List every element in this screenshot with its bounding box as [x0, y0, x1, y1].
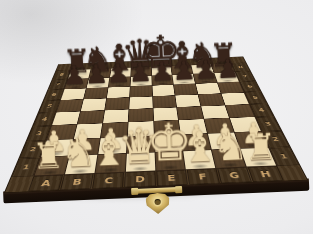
brass-clasp-latch[interactable] [145, 192, 170, 214]
square-d6[interactable] [130, 86, 152, 97]
square-f7[interactable]: ♟ [173, 74, 196, 84]
rank-label-right-8: 8 [231, 63, 250, 72]
file-label-a: A [28, 175, 63, 191]
square-e7[interactable]: ♟ [152, 75, 174, 85]
square-b5[interactable] [81, 98, 106, 111]
square-g6[interactable] [196, 83, 221, 94]
file-label-c: C [92, 172, 124, 188]
file-label-h: H [248, 166, 284, 182]
square-e6[interactable] [152, 85, 175, 96]
piece-black-pawn[interactable]: ♟ [194, 56, 218, 83]
rank-label-right-6: 6 [240, 81, 261, 92]
piece-black-pawn[interactable]: ♟ [172, 57, 196, 84]
chess-board: ABCDEFGH ABCDEFGH 87654321 87654321 ♜♞♝♛… [5, 57, 307, 193]
square-f6[interactable] [174, 84, 198, 95]
square-b7[interactable]: ♟ [87, 78, 110, 88]
square-e5[interactable] [153, 95, 177, 107]
square-f5[interactable] [176, 94, 201, 106]
square-g1[interactable]: ♞ [212, 149, 246, 168]
square-c5[interactable] [105, 97, 129, 110]
square-d7[interactable]: ♟ [130, 76, 151, 86]
square-b6[interactable] [84, 87, 108, 98]
square-c7[interactable]: ♟ [108, 77, 130, 87]
square-d5[interactable] [129, 96, 152, 108]
photo-background: ABCDEFGH ABCDEFGH 87654321 87654321 ♜♞♝♛… [0, 0, 313, 234]
square-c6[interactable] [107, 87, 130, 98]
file-label-g: G [217, 167, 252, 183]
file-label-d: D [124, 171, 155, 187]
piece-black-pawn[interactable]: ♟ [150, 58, 174, 85]
file-label-f: F [186, 169, 219, 185]
square-a5[interactable] [57, 99, 83, 112]
square-g7[interactable]: ♟ [194, 73, 217, 83]
square-g5[interactable] [199, 94, 225, 106]
piece-black-pawn[interactable]: ♟ [106, 60, 130, 87]
piece-black-pawn[interactable]: ♟ [128, 59, 152, 86]
square-f1[interactable]: ♝ [184, 150, 216, 169]
file-label-e: E [156, 170, 188, 186]
piece-black-pawn[interactable]: ♟ [84, 61, 108, 88]
square-a6[interactable] [61, 88, 86, 99]
rank-label-right-5: 5 [244, 92, 266, 104]
file-label-b: B [60, 174, 93, 190]
rank-label-right-7: 7 [235, 71, 255, 81]
clasp-hole [155, 199, 161, 205]
board-assembly: ABCDEFGH ABCDEFGH 87654321 87654321 ♜♞♝♛… [0, 0, 313, 234]
